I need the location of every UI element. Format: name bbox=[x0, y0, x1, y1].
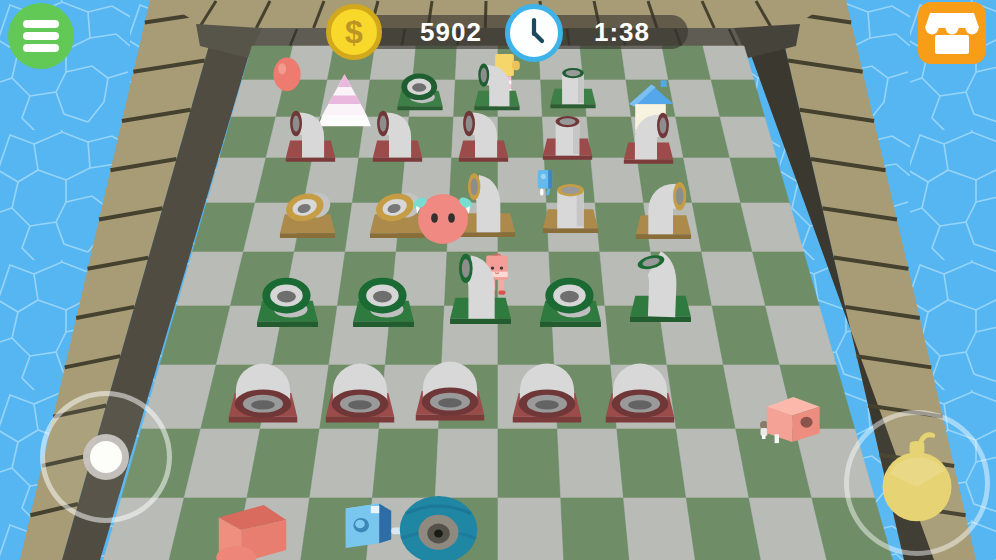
game-screen: 5902 $ 1:38 bbox=[0, 0, 996, 560]
bomb-icon bbox=[875, 433, 959, 533]
hamburger-icon bbox=[23, 20, 59, 52]
shop-icon bbox=[918, 2, 986, 64]
dollar-symbol: $ bbox=[345, 14, 363, 51]
coin-icon: $ bbox=[326, 4, 382, 60]
menu-button[interactable] bbox=[8, 3, 74, 69]
clock-icon bbox=[505, 4, 563, 62]
joystick[interactable] bbox=[40, 391, 172, 523]
timer-value: 1:38 bbox=[594, 17, 650, 48]
joystick-knob[interactable] bbox=[83, 434, 129, 480]
coin-value: 5902 bbox=[420, 17, 482, 48]
bomb-button[interactable] bbox=[844, 410, 990, 556]
shop-button[interactable] bbox=[918, 2, 986, 64]
